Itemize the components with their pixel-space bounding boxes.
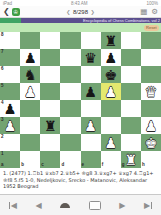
file-label: h <box>142 163 145 168</box>
square-c1[interactable]: c <box>40 151 60 168</box>
square-c2[interactable] <box>40 134 60 151</box>
rank-label: 3 <box>1 118 4 123</box>
square-g2[interactable] <box>121 134 141 151</box>
rank-label: 7 <box>1 50 4 55</box>
reset-button[interactable]: Reset <box>144 25 159 31</box>
next-move-button[interactable]: ▶ <box>119 201 125 210</box>
pager-count: 8/298 <box>73 9 88 15</box>
piece-c3[interactable]: ♜ <box>40 117 60 134</box>
piece-b6[interactable]: ♞ <box>20 66 40 83</box>
chess-board: 8♜7♟♛♟6♞♚5♟♟♟♛4♟3♟♜♟♟2♟♚1abcdefg♜h <box>0 32 161 168</box>
square-e2[interactable] <box>81 134 101 151</box>
square-f8[interactable]: ♜ <box>101 32 121 49</box>
piece-h5[interactable]: ♛ <box>141 83 161 100</box>
square-g7[interactable] <box>121 49 141 66</box>
prev-move-button[interactable]: ◀ <box>36 201 42 210</box>
square-d7[interactable] <box>60 49 80 66</box>
piece-e5[interactable]: ♟ <box>81 83 101 100</box>
piece-b7[interactable]: ♟ <box>20 49 40 66</box>
rank-label: 6 <box>1 67 4 72</box>
game-caption: 1. (2477) 1.♖b1 ♕xb7 2.♕b5+ ♔g8 3.♕xg7+ … <box>0 168 161 196</box>
square-b3[interactable] <box>20 117 40 134</box>
board-view-button[interactable] <box>89 201 101 210</box>
square-h1[interactable]: h <box>141 151 161 168</box>
square-c3[interactable]: ♜ <box>40 117 60 134</box>
file-label: a <box>1 163 4 168</box>
file-label: f <box>102 163 104 168</box>
square-b1[interactable]: b <box>20 151 40 168</box>
square-e8[interactable] <box>81 32 101 49</box>
square-e6[interactable] <box>81 66 101 83</box>
engine-button[interactable] <box>60 203 70 208</box>
square-a2[interactable]: 2 <box>0 134 20 151</box>
file-label: e <box>82 163 85 168</box>
square-h3[interactable]: ♟ <box>141 117 161 134</box>
grid-icon[interactable]: ▦ <box>140 7 147 16</box>
square-b4[interactable] <box>20 100 40 117</box>
square-a1[interactable]: 1a <box>0 151 20 168</box>
square-f6[interactable]: ♚ <box>101 66 121 83</box>
solved-banner: Problem solved (4046), 00:00 Reset <box>0 23 161 32</box>
square-f5[interactable]: ♟ <box>101 83 121 100</box>
square-h4[interactable] <box>141 100 161 117</box>
piece-h2[interactable]: ♚ <box>141 134 161 151</box>
piece-f2[interactable]: ♟ <box>101 134 121 151</box>
square-b2[interactable] <box>20 134 40 151</box>
app-logo-icon[interactable]: ♔ <box>12 8 20 16</box>
square-a4[interactable]: 4♟ <box>0 100 20 117</box>
piece-h3[interactable]: ♟ <box>141 117 161 134</box>
piece-e3[interactable]: ♟ <box>81 117 101 134</box>
square-d4[interactable] <box>60 100 80 117</box>
square-f1[interactable]: f <box>101 151 121 168</box>
square-f2[interactable]: ♟ <box>101 134 121 151</box>
rank-label: 2 <box>1 135 4 140</box>
app-window: iPad 8:43 AM 100% ❮ ♔ ❮ 8/298 ❯ ▦ ⚙ Ency… <box>0 0 161 215</box>
piece-f8[interactable]: ♜ <box>101 32 121 49</box>
square-a3[interactable]: 3♟ <box>0 117 20 134</box>
piece-f6[interactable]: ♚ <box>101 66 121 83</box>
square-b5[interactable]: ♟ <box>20 83 40 100</box>
square-d6[interactable] <box>60 66 80 83</box>
file-label: c <box>41 163 44 168</box>
square-e7[interactable]: ♛ <box>81 49 101 66</box>
square-c8[interactable] <box>40 32 60 49</box>
file-label: b <box>21 163 24 168</box>
file-label: d <box>61 163 64 168</box>
square-b7[interactable]: ♟ <box>20 49 40 66</box>
square-d8[interactable] <box>60 32 80 49</box>
status-carrier: iPad <box>3 1 12 6</box>
square-h8[interactable] <box>141 32 161 49</box>
square-g8[interactable] <box>121 32 141 49</box>
file-label: g <box>122 163 125 168</box>
square-g5[interactable] <box>121 83 141 100</box>
rank-label: 1 <box>1 152 4 157</box>
piece-f7[interactable]: ♟ <box>101 49 121 66</box>
board-icon <box>89 201 101 210</box>
pager-next-icon[interactable]: ❯ <box>91 9 95 15</box>
square-g4[interactable] <box>121 100 141 117</box>
square-c4[interactable] <box>40 100 60 117</box>
square-b6[interactable]: ♞ <box>20 66 40 83</box>
status-battery: 100% <box>146 1 158 6</box>
square-g1[interactable]: g♜ <box>121 151 141 168</box>
first-move-button[interactable]: ◀ <box>9 201 17 210</box>
square-h7[interactable] <box>141 49 161 66</box>
square-d2[interactable] <box>60 134 80 151</box>
square-b8[interactable] <box>20 32 40 49</box>
move-notation: 1. (2477) 1.♖b1 ♕xb7 2.♕b5+ ♔g8 3.♕xg7+ … <box>3 170 158 190</box>
square-c5[interactable] <box>40 83 60 100</box>
puzzle-pager: ❮ 8/298 ❯ <box>66 9 94 15</box>
gauge-icon <box>60 203 70 208</box>
nav-bar: ❮ ♔ ❮ 8/298 ❯ ▦ ⚙ <box>0 6 161 18</box>
square-f4[interactable] <box>101 100 121 117</box>
gear-icon[interactable]: ⚙ <box>151 7 158 16</box>
square-d1[interactable]: d <box>60 151 80 168</box>
rank-label: 8 <box>1 33 4 38</box>
square-h2[interactable]: ♚ <box>141 134 161 151</box>
back-icon[interactable]: ❮ <box>3 6 10 17</box>
square-a8[interactable]: 8 <box>0 32 20 49</box>
square-d5[interactable] <box>60 83 80 100</box>
square-e3[interactable]: ♟ <box>81 117 101 134</box>
square-c6[interactable] <box>40 66 60 83</box>
pager-prev-icon[interactable]: ❮ <box>66 9 70 15</box>
square-a6[interactable]: 6 <box>0 66 20 83</box>
square-c7[interactable] <box>40 49 60 66</box>
square-g6[interactable] <box>121 66 141 83</box>
square-g3[interactable] <box>121 117 141 134</box>
square-a7[interactable]: 7 <box>0 49 20 66</box>
status-time: 8:43 AM <box>71 1 88 6</box>
square-f7[interactable]: ♟ <box>101 49 121 66</box>
square-d3[interactable] <box>60 117 80 134</box>
piece-e7[interactable]: ♛ <box>81 49 101 66</box>
square-h5[interactable]: ♛ <box>141 83 161 100</box>
piece-f5[interactable]: ♟ <box>101 83 121 100</box>
square-e4[interactable] <box>81 100 101 117</box>
bottom-toolbar: ◀ ◀ ▶ ▶ <box>0 194 161 215</box>
last-move-button[interactable]: ▶ <box>144 201 152 210</box>
rank-label: 5 <box>1 84 4 89</box>
square-f3[interactable] <box>101 117 121 134</box>
square-a5[interactable]: 5 <box>0 83 20 100</box>
square-h6[interactable] <box>141 66 161 83</box>
rank-label: 4 <box>1 101 4 106</box>
square-e1[interactable]: e <box>81 151 101 168</box>
square-e5[interactable]: ♟ <box>81 83 101 100</box>
piece-b5[interactable]: ♟ <box>20 83 40 100</box>
